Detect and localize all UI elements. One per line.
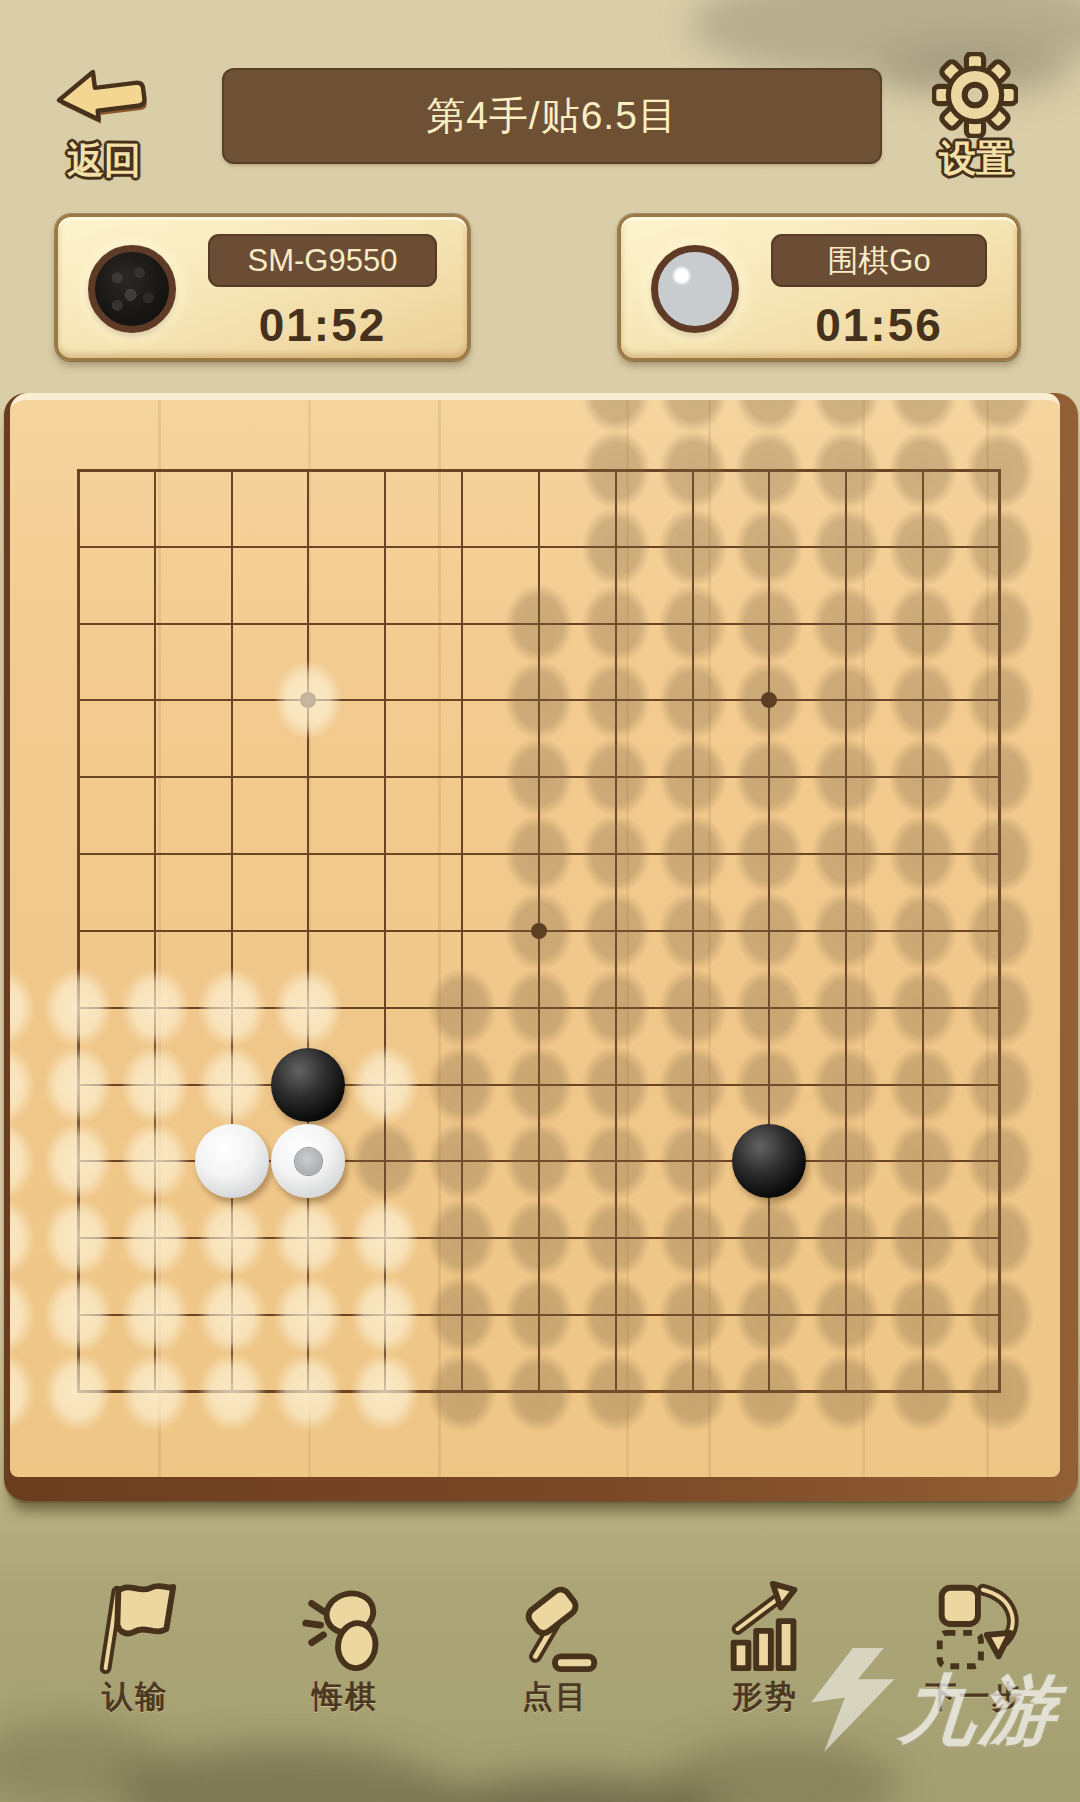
player-name-plate: 围棋Go <box>771 234 987 287</box>
black-player-timer: 01:52 <box>208 295 437 355</box>
go-board-surface[interactable] <box>10 393 1060 1477</box>
light-spot <box>35 1342 121 1442</box>
count-button[interactable]: 点目 <box>450 1578 660 1738</box>
shadow-spot <box>957 1342 1043 1442</box>
back-button[interactable]: 返回 <box>44 54 174 184</box>
light-spot <box>265 650 351 750</box>
light-spot <box>112 1342 198 1442</box>
go-game-screen: 返回 第4手/贴6.5目 设置 SM-G9550 01:5 <box>0 0 1080 1802</box>
undo-stones-icon <box>295 1578 395 1676</box>
ink-smudge <box>120 1745 450 1802</box>
light-spot <box>265 1342 351 1442</box>
player-card-white: 围棋Go 01:56 <box>618 214 1020 361</box>
stone-black <box>271 1048 345 1122</box>
undo-label: 悔棋 <box>312 1676 378 1718</box>
move-status-text: 第4手/贴6.5目 <box>426 89 678 143</box>
replay-next-icon <box>925 1578 1025 1676</box>
situation-button[interactable]: 形势 <box>660 1578 870 1738</box>
back-arrow-icon <box>49 58 156 132</box>
resign-button[interactable]: 认输 <box>30 1578 240 1738</box>
gavel-icon <box>505 1578 605 1676</box>
white-player-timer: 01:56 <box>771 295 987 355</box>
situation-label: 形势 <box>732 1676 798 1718</box>
undo-button[interactable]: 悔棋 <box>240 1578 450 1738</box>
move-status-bar: 第4手/贴6.5目 <box>222 68 882 164</box>
shadow-spot <box>880 1342 966 1442</box>
settings-button[interactable]: 设置 <box>916 44 1036 180</box>
shadow-spot <box>419 1342 505 1442</box>
flag-icon <box>85 1578 185 1676</box>
light-spot <box>342 1342 428 1442</box>
bottom-toolbar: 认输 悔棋 点目 <box>0 1578 1080 1738</box>
black-player-name: SM-G9550 <box>248 243 398 279</box>
black-stones-bowl-avatar <box>88 245 176 333</box>
count-label: 点目 <box>522 1676 588 1718</box>
shadow-spot <box>803 1342 889 1442</box>
white-stones-bowl-avatar <box>651 245 739 333</box>
next-move-button[interactable]: 下一步 <box>870 1578 1080 1738</box>
go-board[interactable] <box>4 393 1078 1501</box>
shadow-spot <box>726 1342 812 1442</box>
shadow-spot <box>650 1342 736 1442</box>
shadow-spot <box>496 1342 582 1442</box>
chart-icon <box>715 1578 815 1676</box>
settings-label: 设置 <box>916 134 1036 184</box>
stone-white <box>195 1124 269 1198</box>
resign-label: 认输 <box>102 1676 168 1718</box>
player-name-plate: SM-G9550 <box>208 234 437 287</box>
ink-smudge <box>660 1740 900 1802</box>
back-label: 返回 <box>44 136 164 186</box>
next-move-label: 下一步 <box>926 1676 1025 1718</box>
player-card-black: SM-G9550 01:52 <box>55 214 470 361</box>
shadow-spot <box>573 1342 659 1442</box>
gear-icon <box>932 52 1018 138</box>
light-spot <box>342 1035 428 1135</box>
last-move-marker <box>295 1148 322 1175</box>
light-spot <box>189 1342 275 1442</box>
white-player-name: 围棋Go <box>827 240 930 282</box>
